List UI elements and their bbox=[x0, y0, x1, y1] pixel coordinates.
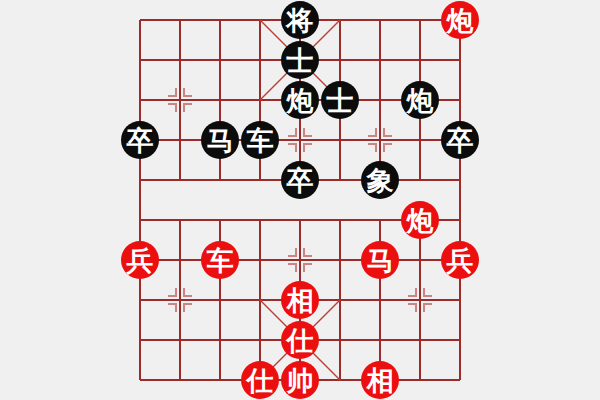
xiangqi-board: 将炮士炮士炮卒马车卒卒象炮兵车马兵相仕仕帅相 bbox=[120, 0, 480, 400]
black-pawn[interactable]: 卒 bbox=[441, 121, 479, 159]
board-point[interactable]: 士 bbox=[320, 80, 360, 120]
board-point[interactable] bbox=[400, 40, 440, 80]
board-point[interactable] bbox=[320, 120, 360, 160]
board-point[interactable]: 卒 bbox=[440, 120, 480, 160]
board-point[interactable] bbox=[320, 360, 360, 400]
board-point[interactable] bbox=[440, 360, 480, 400]
board-point[interactable]: 卒 bbox=[280, 160, 320, 200]
board-point[interactable]: 仕 bbox=[240, 360, 280, 400]
board-point[interactable] bbox=[120, 0, 160, 40]
board-point[interactable] bbox=[400, 240, 440, 280]
black-cannon[interactable]: 炮 bbox=[281, 81, 319, 119]
board-point[interactable] bbox=[200, 200, 240, 240]
board-point[interactable] bbox=[240, 0, 280, 40]
black-pawn[interactable]: 卒 bbox=[121, 121, 159, 159]
red-elephant[interactable]: 相 bbox=[281, 281, 319, 319]
board-point[interactable] bbox=[160, 160, 200, 200]
board-point[interactable]: 士 bbox=[280, 40, 320, 80]
board-point[interactable]: 马 bbox=[200, 120, 240, 160]
board-point[interactable] bbox=[440, 160, 480, 200]
board-point[interactable] bbox=[160, 360, 200, 400]
red-chariot[interactable]: 车 bbox=[201, 241, 239, 279]
red-elephant[interactable]: 相 bbox=[361, 361, 399, 399]
red-pawn[interactable]: 兵 bbox=[441, 241, 479, 279]
board-point[interactable] bbox=[400, 120, 440, 160]
board-point[interactable] bbox=[360, 40, 400, 80]
board-point[interactable] bbox=[440, 200, 480, 240]
board-point[interactable] bbox=[440, 80, 480, 120]
red-horse[interactable]: 马 bbox=[361, 241, 399, 279]
board-point[interactable] bbox=[440, 320, 480, 360]
board-point[interactable] bbox=[360, 0, 400, 40]
board-point[interactable] bbox=[400, 320, 440, 360]
board-point[interactable] bbox=[440, 280, 480, 320]
board-point[interactable] bbox=[280, 240, 320, 280]
board-point[interactable] bbox=[200, 160, 240, 200]
board-point[interactable] bbox=[160, 280, 200, 320]
board-point[interactable] bbox=[120, 360, 160, 400]
board-point[interactable]: 相 bbox=[280, 280, 320, 320]
board-point[interactable] bbox=[240, 320, 280, 360]
black-advisor[interactable]: 士 bbox=[281, 41, 319, 79]
board-point[interactable]: 车 bbox=[200, 240, 240, 280]
board-point[interactable]: 炮 bbox=[280, 80, 320, 120]
board-point[interactable] bbox=[160, 80, 200, 120]
red-cannon[interactable]: 炮 bbox=[401, 201, 439, 239]
board-point[interactable]: 车 bbox=[240, 120, 280, 160]
board-point[interactable] bbox=[320, 240, 360, 280]
board-point[interactable]: 兵 bbox=[120, 240, 160, 280]
red-advisor[interactable]: 仕 bbox=[281, 321, 319, 359]
black-chariot[interactable]: 车 bbox=[241, 121, 279, 159]
board-point[interactable] bbox=[200, 40, 240, 80]
board-point[interactable] bbox=[240, 280, 280, 320]
board-point[interactable]: 象 bbox=[360, 160, 400, 200]
board-point[interactable] bbox=[120, 160, 160, 200]
black-advisor[interactable]: 士 bbox=[321, 81, 359, 119]
board-points: 将炮士炮士炮卒马车卒卒象炮兵车马兵相仕仕帅相 bbox=[120, 0, 480, 400]
board-point[interactable] bbox=[200, 0, 240, 40]
board-point[interactable] bbox=[120, 320, 160, 360]
board-point[interactable] bbox=[320, 200, 360, 240]
board-point[interactable] bbox=[240, 240, 280, 280]
board-point[interactable] bbox=[400, 280, 440, 320]
board-point[interactable] bbox=[320, 280, 360, 320]
red-cannon[interactable]: 炮 bbox=[441, 1, 479, 39]
board-point[interactable] bbox=[160, 320, 200, 360]
board-point[interactable] bbox=[280, 200, 320, 240]
board-point[interactable]: 卒 bbox=[120, 120, 160, 160]
board-point[interactable] bbox=[360, 320, 400, 360]
black-cannon[interactable]: 炮 bbox=[401, 81, 439, 119]
board-point[interactable] bbox=[120, 40, 160, 80]
board-point[interactable] bbox=[160, 240, 200, 280]
board-point[interactable]: 炮 bbox=[400, 200, 440, 240]
black-horse[interactable]: 马 bbox=[201, 121, 239, 159]
board-point[interactable] bbox=[200, 280, 240, 320]
board-point[interactable]: 马 bbox=[360, 240, 400, 280]
board-point[interactable] bbox=[200, 320, 240, 360]
board-point[interactable]: 将 bbox=[280, 0, 320, 40]
board-point[interactable]: 相 bbox=[360, 360, 400, 400]
red-pawn[interactable]: 兵 bbox=[121, 241, 159, 279]
board-point[interactable] bbox=[200, 360, 240, 400]
board-point[interactable]: 仕 bbox=[280, 320, 320, 360]
board-point[interactable] bbox=[240, 40, 280, 80]
board-point[interactable] bbox=[320, 320, 360, 360]
xiangqi-app: 将炮士炮士炮卒马车卒卒象炮兵车马兵相仕仕帅相 bbox=[0, 0, 600, 400]
red-general[interactable]: 帅 bbox=[281, 361, 319, 399]
board-point[interactable]: 兵 bbox=[440, 240, 480, 280]
board-point[interactable] bbox=[240, 160, 280, 200]
board-point[interactable] bbox=[360, 200, 400, 240]
board-point[interactable] bbox=[240, 80, 280, 120]
board-point[interactable] bbox=[400, 160, 440, 200]
board-point[interactable] bbox=[360, 280, 400, 320]
board-point[interactable] bbox=[200, 80, 240, 120]
board-point[interactable] bbox=[160, 200, 200, 240]
board-point[interactable] bbox=[160, 40, 200, 80]
board-point[interactable] bbox=[360, 120, 400, 160]
board-point[interactable]: 炮 bbox=[440, 0, 480, 40]
red-advisor[interactable]: 仕 bbox=[241, 361, 279, 399]
board-point[interactable] bbox=[160, 0, 200, 40]
black-pawn[interactable]: 卒 bbox=[281, 161, 319, 199]
black-elephant[interactable]: 象 bbox=[361, 161, 399, 199]
black-general[interactable]: 将 bbox=[281, 1, 319, 39]
board-point[interactable] bbox=[160, 120, 200, 160]
board-point[interactable] bbox=[400, 0, 440, 40]
board-point[interactable]: 炮 bbox=[400, 80, 440, 120]
board-point[interactable] bbox=[280, 120, 320, 160]
board-point[interactable] bbox=[440, 40, 480, 80]
board-point[interactable] bbox=[240, 200, 280, 240]
board-point[interactable] bbox=[120, 280, 160, 320]
board-point[interactable] bbox=[320, 0, 360, 40]
board-point[interactable] bbox=[320, 160, 360, 200]
board-point[interactable] bbox=[320, 40, 360, 80]
board-point[interactable] bbox=[400, 360, 440, 400]
board-point[interactable] bbox=[120, 80, 160, 120]
board-point[interactable] bbox=[120, 200, 160, 240]
board-point[interactable] bbox=[360, 80, 400, 120]
board-point[interactable]: 帅 bbox=[280, 360, 320, 400]
